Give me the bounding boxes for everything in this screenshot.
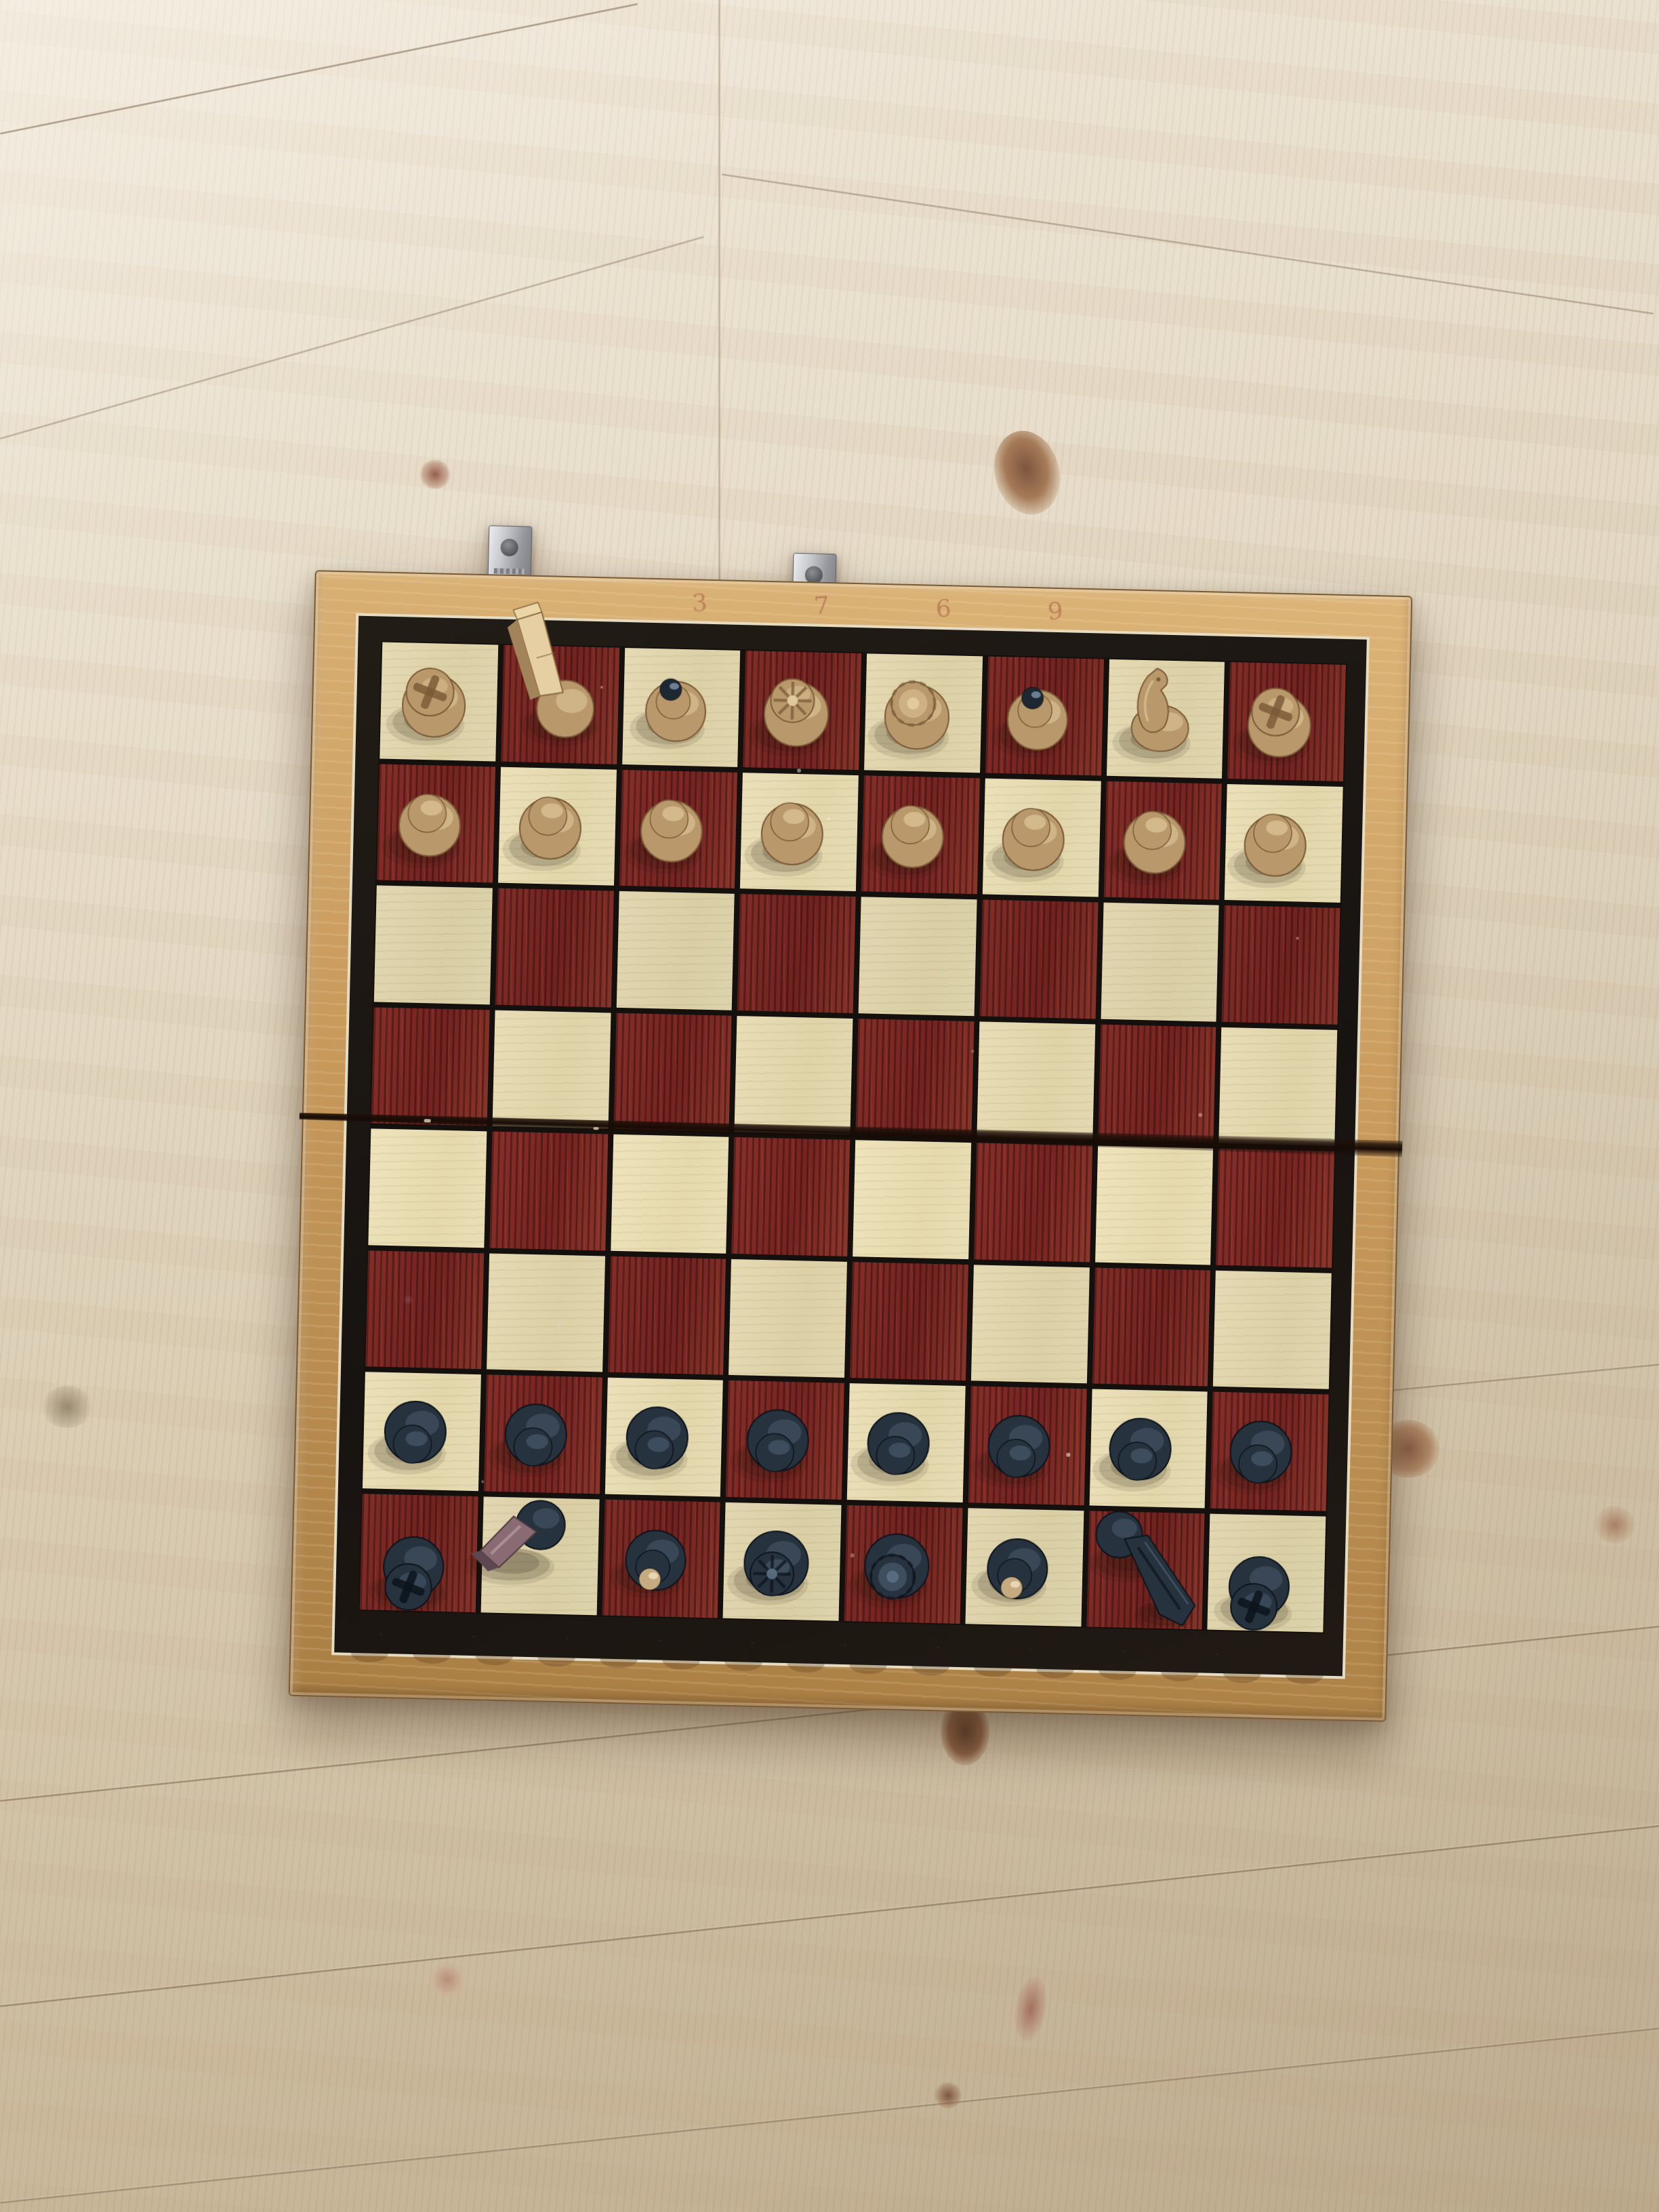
frame-pencil-mark: 6 — [935, 594, 952, 623]
chess-box: 3769 — [289, 570, 1413, 1722]
piece-white-rook[interactable] — [1220, 661, 1338, 779]
dust-specks — [359, 616, 360, 617]
piece-white-knight[interactable] — [1099, 658, 1218, 777]
piece-black-knight[interactable] — [1079, 1507, 1197, 1625]
hinge-hole-icon — [500, 539, 518, 557]
piece-white-bishop[interactable] — [616, 647, 735, 765]
piece-black-pawn[interactable] — [478, 1371, 596, 1490]
piece-black-knight[interactable] — [475, 1492, 594, 1611]
frame-pencil-mark: 7 — [813, 591, 830, 619]
piece-white-pawn[interactable] — [1096, 779, 1214, 897]
piece-white-pawn[interactable] — [1217, 782, 1336, 901]
piece-white-pawn[interactable] — [975, 776, 1094, 895]
piece-black-bishop[interactable] — [596, 1495, 714, 1614]
piece-black-pawn[interactable] — [1082, 1385, 1200, 1504]
piece-white-bishop[interactable] — [978, 655, 1097, 773]
floorboard-joint — [718, 0, 720, 617]
wood-knot — [1594, 1506, 1636, 1544]
wood-knot — [427, 1962, 468, 1997]
wood-knot — [934, 2082, 962, 2109]
piece-white-pawn[interactable] — [492, 764, 611, 883]
piece-black-pawn[interactable] — [961, 1382, 1080, 1501]
piece-black-rook[interactable] — [354, 1490, 473, 1608]
piece-white-knight[interactable] — [495, 644, 614, 762]
piece-black-queen[interactable] — [838, 1501, 956, 1620]
piece-black-rook[interactable] — [1200, 1509, 1318, 1628]
piece-black-bishop[interactable] — [958, 1504, 1077, 1622]
hinge-left — [487, 525, 532, 581]
frame-pencil-mark: 3 — [691, 588, 708, 617]
wood-knot — [419, 459, 451, 489]
piece-white-pawn[interactable] — [371, 762, 490, 880]
piece-black-pawn[interactable] — [1202, 1388, 1321, 1507]
hinge-slot — [494, 568, 525, 574]
piece-white-rook[interactable] — [374, 640, 493, 759]
piece-white-pawn[interactable] — [855, 773, 973, 892]
fold-seam-chip — [424, 1119, 431, 1122]
piece-black-king[interactable] — [716, 1498, 835, 1617]
piece-black-pawn[interactable] — [720, 1377, 838, 1496]
piece-black-pawn[interactable] — [598, 1374, 717, 1492]
wood-knot — [41, 1386, 94, 1428]
fold-seam-chip — [593, 1127, 598, 1130]
piece-white-queen[interactable] — [857, 652, 976, 771]
piece-white-king[interactable] — [737, 649, 855, 768]
frame-pencil-mark: 9 — [1047, 596, 1064, 625]
piece-white-pawn[interactable] — [734, 771, 853, 889]
piece-black-pawn[interactable] — [840, 1380, 959, 1498]
piece-white-pawn[interactable] — [613, 768, 732, 886]
piece-black-pawn[interactable] — [357, 1368, 476, 1487]
